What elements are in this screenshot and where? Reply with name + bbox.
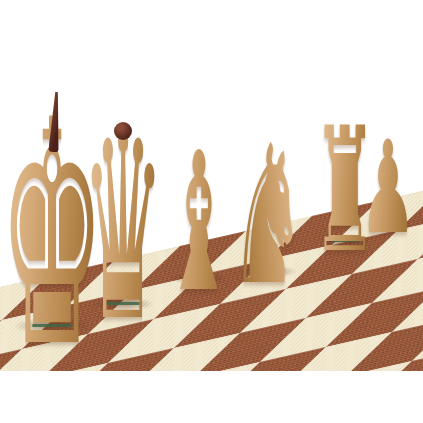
piece-pawn[interactable]: ♟ xyxy=(331,124,423,252)
pawn-glyph: ♟ xyxy=(359,124,416,252)
queen-dark-ball xyxy=(114,122,132,140)
chess-product-photo: ♚♛♝♞♜♟ xyxy=(0,0,423,423)
